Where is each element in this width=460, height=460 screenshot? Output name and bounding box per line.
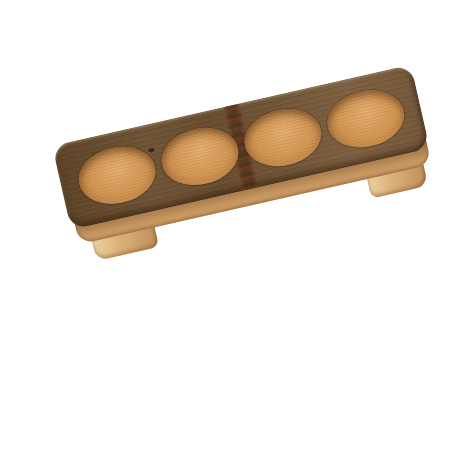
pit-3[interactable] [238,102,326,174]
pit-4[interactable] [321,83,409,155]
mancala-board [52,64,444,292]
photo-canvas [0,0,460,460]
pit-2[interactable] [155,121,243,193]
pit-1[interactable] [72,139,160,211]
